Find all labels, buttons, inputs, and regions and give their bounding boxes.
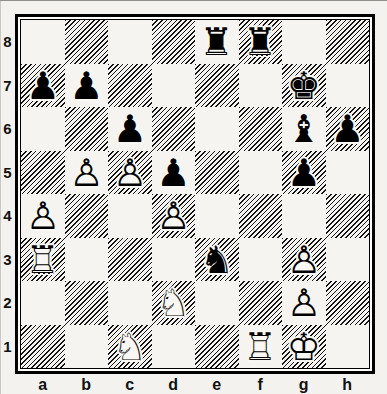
square-a7[interactable]: ♟♟ bbox=[21, 64, 65, 108]
square-f6[interactable] bbox=[239, 107, 283, 151]
square-d5[interactable]: ♟♟ bbox=[152, 151, 196, 195]
square-c4[interactable] bbox=[108, 194, 152, 238]
square-e7[interactable] bbox=[195, 64, 239, 108]
square-e5[interactable] bbox=[195, 151, 239, 195]
black-rook-icon: ♜ bbox=[195, 20, 239, 64]
file-label-b: b bbox=[65, 374, 109, 394]
rank-label-2: 2 bbox=[0, 281, 15, 325]
file-label-d: d bbox=[152, 374, 196, 394]
rank-label-7: 7 bbox=[0, 64, 15, 108]
board-inner-border: ♜♜♜♜♟♟♟♟♚♚♟♟♝♝♟♟♟♙♟♙♟♟♟♟♟♙♟♙♜♖♞♞♟♙♞♘♟♙♞♘… bbox=[20, 19, 370, 369]
square-h8[interactable] bbox=[326, 20, 370, 64]
square-a8[interactable] bbox=[21, 20, 65, 64]
square-d7[interactable] bbox=[152, 64, 196, 108]
square-a1[interactable] bbox=[21, 325, 65, 369]
black-knight-icon: ♞ bbox=[195, 238, 239, 282]
square-d2[interactable]: ♞♘ bbox=[152, 281, 196, 325]
white-knight-icon: ♘ bbox=[108, 325, 152, 369]
white-pawn-icon: ♙ bbox=[152, 194, 196, 238]
rank-label-3: 3 bbox=[0, 238, 15, 282]
file-label-h: h bbox=[326, 374, 370, 394]
rank-label-4: 4 bbox=[0, 194, 15, 238]
black-pawn-icon: ♟ bbox=[152, 151, 196, 195]
rank-label-6: 6 bbox=[0, 107, 15, 151]
square-e2[interactable] bbox=[195, 281, 239, 325]
white-pawn-icon: ♙ bbox=[282, 281, 326, 325]
square-f1[interactable]: ♜♖ bbox=[239, 325, 283, 369]
square-b7[interactable]: ♟♟ bbox=[65, 64, 109, 108]
rank-label-5: 5 bbox=[0, 151, 15, 195]
square-b6[interactable] bbox=[65, 107, 109, 151]
file-label-e: e bbox=[195, 374, 239, 394]
square-h5[interactable] bbox=[326, 151, 370, 195]
white-rook-icon: ♖ bbox=[239, 325, 283, 369]
square-c2[interactable] bbox=[108, 281, 152, 325]
square-d8[interactable] bbox=[152, 20, 196, 64]
square-e1[interactable] bbox=[195, 325, 239, 369]
square-a6[interactable] bbox=[21, 107, 65, 151]
white-pawn-icon: ♙ bbox=[108, 151, 152, 195]
white-pawn-icon: ♙ bbox=[21, 194, 65, 238]
white-king-icon: ♔ bbox=[282, 325, 326, 369]
square-d6[interactable] bbox=[152, 107, 196, 151]
black-bishop-icon: ♝ bbox=[282, 107, 326, 151]
square-e3[interactable]: ♞♞ bbox=[195, 238, 239, 282]
white-rook-icon: ♖ bbox=[21, 238, 65, 282]
file-label-a: a bbox=[21, 374, 65, 394]
square-b8[interactable] bbox=[65, 20, 109, 64]
white-knight-icon: ♘ bbox=[152, 281, 196, 325]
file-label-g: g bbox=[282, 374, 326, 394]
square-f2[interactable] bbox=[239, 281, 283, 325]
square-e6[interactable] bbox=[195, 107, 239, 151]
square-c5[interactable]: ♟♙ bbox=[108, 151, 152, 195]
file-labels: abcdefgh bbox=[21, 374, 369, 394]
square-b3[interactable] bbox=[65, 238, 109, 282]
black-pawn-icon: ♟ bbox=[282, 151, 326, 195]
square-g1[interactable]: ♚♔ bbox=[282, 325, 326, 369]
chess-diagram: 87654321 ♜♜♜♜♟♟♟♟♚♚♟♟♝♝♟♟♟♙♟♙♟♟♟♟♟♙♟♙♜♖♞… bbox=[0, 0, 387, 394]
square-c8[interactable] bbox=[108, 20, 152, 64]
square-g6[interactable]: ♝♝ bbox=[282, 107, 326, 151]
rank-labels: 87654321 bbox=[0, 20, 15, 368]
square-h4[interactable] bbox=[326, 194, 370, 238]
square-f5[interactable] bbox=[239, 151, 283, 195]
black-pawn-icon: ♟ bbox=[21, 64, 65, 108]
square-b5[interactable]: ♟♙ bbox=[65, 151, 109, 195]
square-h7[interactable] bbox=[326, 64, 370, 108]
square-g3[interactable]: ♟♙ bbox=[282, 238, 326, 282]
square-c7[interactable] bbox=[108, 64, 152, 108]
white-pawn-icon: ♙ bbox=[65, 151, 109, 195]
square-d3[interactable] bbox=[152, 238, 196, 282]
square-a5[interactable] bbox=[21, 151, 65, 195]
square-c6[interactable]: ♟♟ bbox=[108, 107, 152, 151]
black-pawn-icon: ♟ bbox=[326, 107, 370, 151]
square-g4[interactable] bbox=[282, 194, 326, 238]
square-h3[interactable] bbox=[326, 238, 370, 282]
black-pawn-icon: ♟ bbox=[65, 64, 109, 108]
square-a3[interactable]: ♜♖ bbox=[21, 238, 65, 282]
file-label-f: f bbox=[239, 374, 283, 394]
square-d1[interactable] bbox=[152, 325, 196, 369]
square-h1[interactable] bbox=[326, 325, 370, 369]
square-c3[interactable] bbox=[108, 238, 152, 282]
square-g8[interactable] bbox=[282, 20, 326, 64]
square-f7[interactable] bbox=[239, 64, 283, 108]
square-a4[interactable]: ♟♙ bbox=[21, 194, 65, 238]
square-b2[interactable] bbox=[65, 281, 109, 325]
rank-label-8: 8 bbox=[0, 20, 15, 64]
square-f4[interactable] bbox=[239, 194, 283, 238]
black-rook-icon: ♜ bbox=[239, 20, 283, 64]
square-d4[interactable]: ♟♙ bbox=[152, 194, 196, 238]
black-king-icon: ♚ bbox=[282, 64, 326, 108]
white-pawn-icon: ♙ bbox=[282, 238, 326, 282]
square-e4[interactable] bbox=[195, 194, 239, 238]
rank-label-1: 1 bbox=[0, 325, 15, 369]
square-f3[interactable] bbox=[239, 238, 283, 282]
square-b1[interactable] bbox=[65, 325, 109, 369]
square-b4[interactable] bbox=[65, 194, 109, 238]
square-g7[interactable]: ♚♚ bbox=[282, 64, 326, 108]
square-h2[interactable] bbox=[326, 281, 370, 325]
black-pawn-icon: ♟ bbox=[108, 107, 152, 151]
square-f8[interactable]: ♜♜ bbox=[239, 20, 283, 64]
square-g2[interactable]: ♟♙ bbox=[282, 281, 326, 325]
file-label-c: c bbox=[108, 374, 152, 394]
square-c1[interactable]: ♞♘ bbox=[108, 325, 152, 369]
board-grid: ♜♜♜♜♟♟♟♟♚♚♟♟♝♝♟♟♟♙♟♙♟♟♟♟♟♙♟♙♜♖♞♞♟♙♞♘♟♙♞♘… bbox=[21, 20, 369, 368]
square-h6[interactable]: ♟♟ bbox=[326, 107, 370, 151]
square-a2[interactable] bbox=[21, 281, 65, 325]
square-g5[interactable]: ♟♟ bbox=[282, 151, 326, 195]
chess-board: ♜♜♜♜♟♟♟♟♚♚♟♟♝♝♟♟♟♙♟♙♟♟♟♟♟♙♟♙♜♖♞♞♟♙♞♘♟♙♞♘… bbox=[15, 14, 375, 374]
square-e8[interactable]: ♜♜ bbox=[195, 20, 239, 64]
